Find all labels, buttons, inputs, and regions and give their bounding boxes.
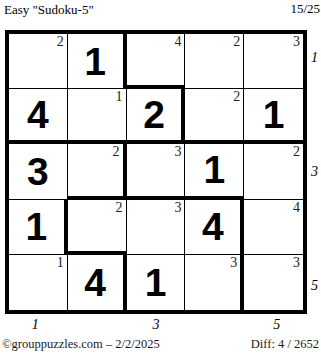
cell-r3c1[interactable]: 3 [9, 144, 68, 199]
cell-r5c5[interactable]: 3 [244, 255, 303, 310]
page-indicator: 15/25 [290, 1, 320, 17]
given-digit: 1 [26, 207, 48, 246]
cell-r2c3[interactable]: 2 [127, 89, 186, 144]
cell-r5c1[interactable]: 1 [9, 255, 68, 310]
cell-r1c3[interactable]: 4 [127, 34, 186, 89]
cell-r1c1[interactable]: 2 [9, 34, 68, 89]
given-digit: 4 [202, 207, 224, 246]
given-digit: 1 [145, 263, 167, 302]
cell-r3c3[interactable]: 3 [127, 144, 186, 199]
given-digit: 3 [27, 152, 49, 191]
cell-r1c5[interactable]: 3 [244, 34, 303, 89]
row-label-5: 5 [308, 257, 321, 314]
corner-hint: 2 [113, 144, 120, 159]
cell-r2c2[interactable]: 1 [68, 89, 127, 144]
col-label-3: 3 [126, 317, 186, 333]
corner-hint: 3 [174, 200, 181, 215]
cell-r5c3[interactable]: 1 [127, 255, 186, 310]
row-label-1: 1 [308, 30, 321, 87]
cell-r4c5[interactable]: 4 [244, 200, 303, 255]
cell-r5c4[interactable]: 3 [185, 255, 244, 310]
col-label-5: 5 [247, 317, 307, 333]
corner-hint: 3 [293, 255, 300, 270]
given-digit: 1 [263, 95, 285, 134]
corner-hint: 3 [230, 255, 237, 270]
cell-r2c5[interactable]: 1 [244, 89, 303, 144]
footer-difficulty: Diff: 4 / 2652 [251, 337, 319, 352]
corner-hint: 2 [293, 144, 300, 159]
cell-r3c5[interactable]: 2 [244, 144, 303, 199]
cell-r1c2[interactable]: 1 [68, 34, 127, 89]
cell-r3c2[interactable]: 2 [68, 144, 127, 199]
corner-hint: 2 [233, 89, 240, 104]
corner-hint: 1 [57, 255, 64, 270]
sudoku-board: 2142341221323121234414133 [5, 30, 307, 314]
row-label-4 [308, 200, 321, 257]
row-label-2 [308, 87, 321, 144]
row-labels: 135 [308, 30, 321, 314]
corner-hint: 2 [233, 34, 240, 49]
cell-r4c2[interactable]: 2 [68, 200, 127, 255]
col-label-1: 1 [5, 317, 65, 333]
row-label-3: 3 [308, 144, 321, 201]
corner-hint: 3 [174, 144, 181, 159]
given-digit: 2 [143, 95, 165, 134]
corner-hint: 1 [116, 89, 123, 104]
col-labels: 135 [5, 317, 307, 333]
given-digit: 1 [84, 42, 106, 81]
cell-r4c4[interactable]: 4 [185, 200, 244, 255]
col-label-2 [65, 317, 125, 333]
corner-hint: 4 [293, 200, 300, 215]
cell-r2c4[interactable]: 2 [185, 89, 244, 144]
cell-r2c1[interactable]: 4 [9, 89, 68, 144]
corner-hint: 3 [293, 34, 300, 49]
corner-hint: 4 [174, 34, 181, 49]
given-digit: 1 [203, 150, 225, 189]
cell-r3c4[interactable]: 1 [185, 144, 244, 199]
cell-r1c4[interactable]: 2 [185, 34, 244, 89]
cell-r5c2[interactable]: 4 [68, 255, 127, 310]
given-digit: 4 [27, 95, 49, 134]
col-label-4 [186, 317, 246, 333]
cell-r4c1[interactable]: 1 [9, 200, 68, 255]
puzzle-page: Easy "Sudoku-5" 15/25 214234122132312123… [0, 0, 321, 355]
corner-hint: 2 [57, 34, 64, 49]
footer-copyright: ©grouppuzzles.com – 2/2/2025 [2, 337, 160, 352]
cell-r4c3[interactable]: 3 [127, 200, 186, 255]
page-title: Easy "Sudoku-5" [4, 2, 94, 18]
given-digit: 4 [84, 263, 106, 302]
corner-hint: 2 [116, 200, 123, 215]
